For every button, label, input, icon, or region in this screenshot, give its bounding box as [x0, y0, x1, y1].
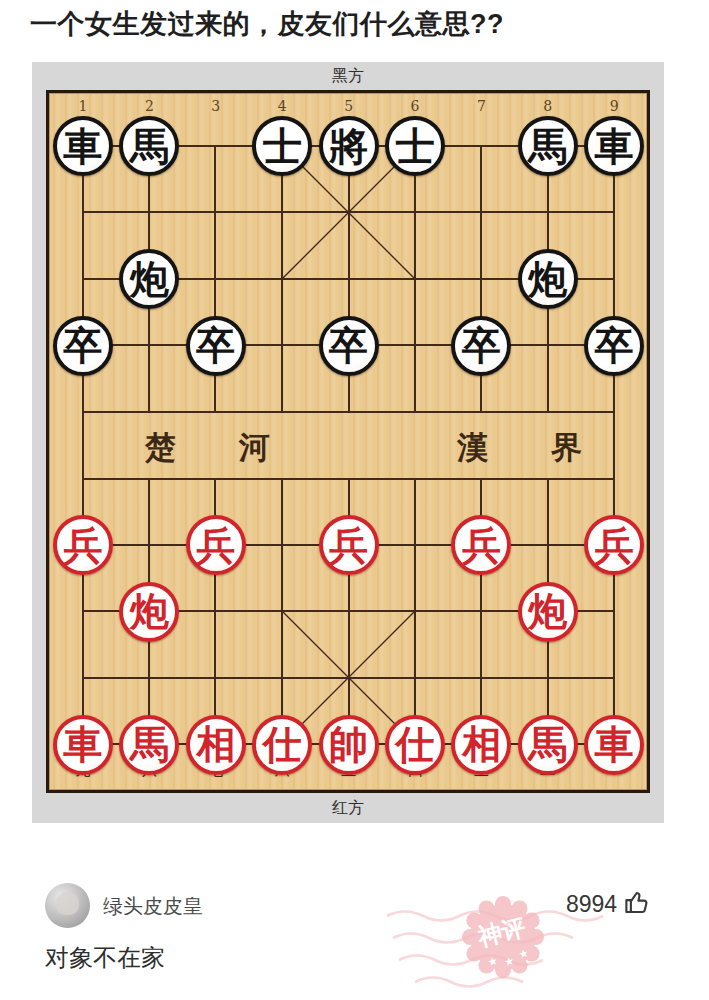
thumbs-up-icon[interactable]	[622, 887, 652, 917]
post-page: 一个女生发过来的，皮友们什么意思?? 黑方 楚 河	[0, 0, 709, 1000]
file-number-top: 5	[344, 98, 353, 114]
board-photo: 黑方 楚 河 漢 界 123456789九	[32, 62, 664, 823]
red-piece-兵[interactable]: 兵	[319, 515, 379, 575]
like-count: 8994	[566, 891, 617, 918]
stamp-text: 神评	[473, 912, 529, 952]
username[interactable]: 绿头皮皮皇	[103, 893, 203, 920]
black-piece-馬[interactable]: 馬	[119, 116, 179, 176]
black-side-label: 黑方	[32, 62, 664, 90]
red-piece-仕[interactable]: 仕	[252, 715, 312, 775]
black-piece-將[interactable]: 將	[319, 116, 379, 176]
avatar[interactable]	[45, 883, 90, 928]
red-piece-馬[interactable]: 馬	[119, 715, 179, 775]
file-number-top: 6	[411, 98, 420, 114]
svg-text:★: ★	[503, 954, 516, 968]
file-number-top: 9	[610, 98, 619, 114]
black-piece-卒[interactable]: 卒	[319, 316, 379, 376]
file-number-top: 2	[145, 98, 154, 114]
file-number-top: 8	[543, 98, 552, 114]
red-piece-帥[interactable]: 帥	[319, 715, 379, 775]
black-piece-炮[interactable]: 炮	[518, 249, 578, 309]
red-side-label: 红方	[32, 793, 664, 823]
black-piece-車[interactable]: 車	[53, 116, 113, 176]
red-piece-車[interactable]: 車	[53, 715, 113, 775]
file-number-top: 4	[278, 98, 287, 114]
file-number-top: 1	[79, 98, 88, 114]
black-piece-炮[interactable]: 炮	[119, 249, 179, 309]
red-piece-仕[interactable]: 仕	[385, 715, 445, 775]
black-piece-卒[interactable]: 卒	[451, 316, 511, 376]
comment-row: 绿头皮皮皇 神评 ★ ★ ★	[0, 862, 709, 1000]
red-piece-相[interactable]: 相	[451, 715, 511, 775]
red-piece-相[interactable]: 相	[186, 715, 246, 775]
xiangqi-board[interactable]: 楚 河 漢 界 123456789九八七六五四三二一車馬士將士馬車炮炮卒卒卒卒卒…	[46, 90, 650, 793]
red-piece-車[interactable]: 車	[584, 715, 644, 775]
post-title: 一个女生发过来的，皮友们什么意思??	[30, 6, 690, 42]
black-piece-卒[interactable]: 卒	[186, 316, 246, 376]
black-piece-馬[interactable]: 馬	[518, 116, 578, 176]
svg-text:★: ★	[486, 954, 499, 968]
black-piece-士[interactable]: 士	[385, 116, 445, 176]
red-piece-兵[interactable]: 兵	[53, 515, 113, 575]
river-label-han: 漢 界	[457, 427, 608, 469]
file-number-top: 7	[477, 98, 486, 114]
black-piece-卒[interactable]: 卒	[53, 316, 113, 376]
black-piece-車[interactable]: 車	[584, 116, 644, 176]
file-number-top: 3	[211, 98, 220, 114]
red-piece-炮[interactable]: 炮	[119, 582, 179, 642]
river-label-chu: 楚 河	[145, 427, 296, 469]
red-piece-兵[interactable]: 兵	[186, 515, 246, 575]
black-piece-卒[interactable]: 卒	[584, 316, 644, 376]
red-piece-兵[interactable]: 兵	[451, 515, 511, 575]
red-piece-馬[interactable]: 馬	[518, 715, 578, 775]
black-piece-士[interactable]: 士	[252, 116, 312, 176]
comment-text: 对象不在家	[45, 942, 165, 974]
red-piece-炮[interactable]: 炮	[518, 582, 578, 642]
red-piece-兵[interactable]: 兵	[584, 515, 644, 575]
svg-text:★: ★	[517, 946, 530, 960]
